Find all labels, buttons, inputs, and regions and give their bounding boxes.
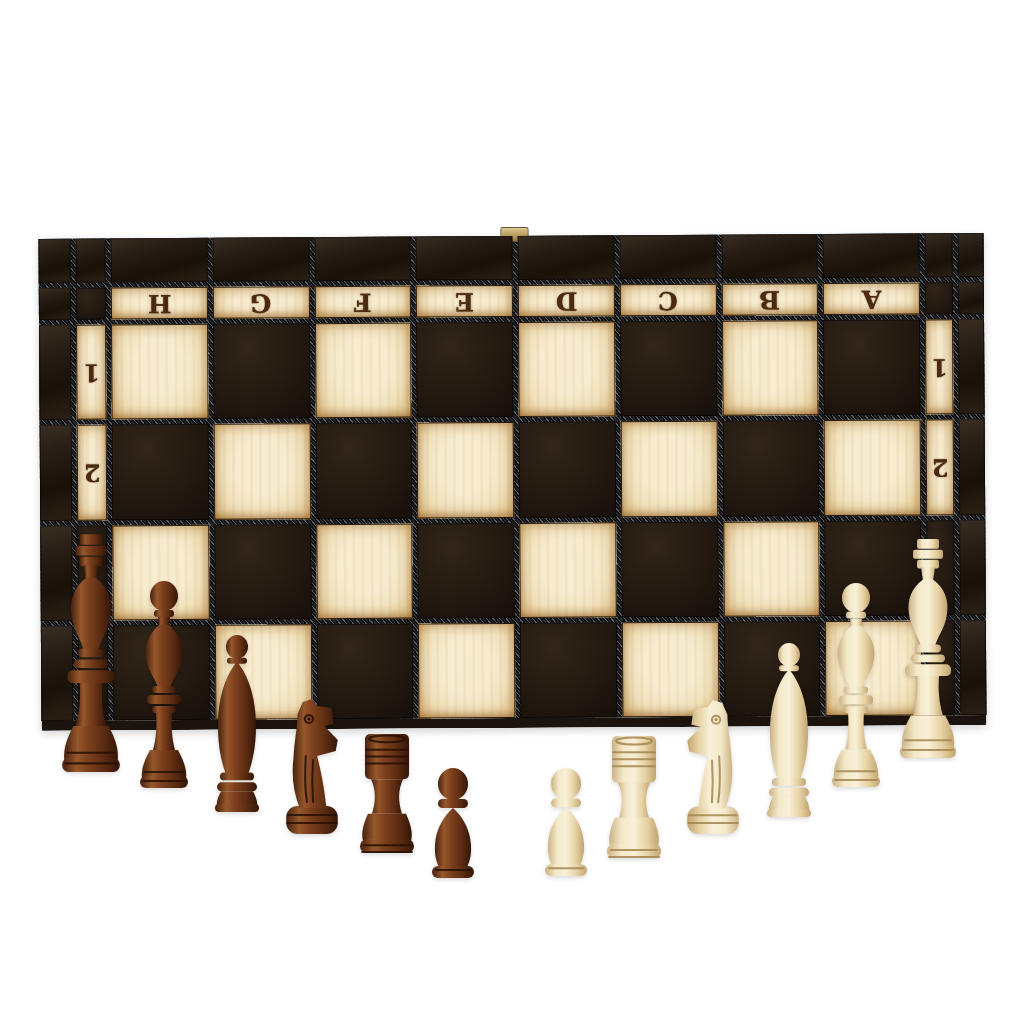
board-square <box>825 620 922 716</box>
border-cell <box>958 319 985 414</box>
file-label-cell: C <box>620 284 717 317</box>
board-square <box>518 321 615 417</box>
border-cell <box>924 233 952 277</box>
strip-cell <box>927 620 956 715</box>
file-label-cell: A <box>823 283 920 316</box>
border-cell <box>40 525 73 620</box>
board-square <box>723 621 820 717</box>
board-square <box>418 623 515 719</box>
border-cell <box>39 325 72 420</box>
border-cell <box>41 625 74 720</box>
file-label-cell: H <box>111 287 208 320</box>
piece-light-rook <box>602 732 666 863</box>
file-label-cell: F <box>314 286 411 319</box>
rank-label-cell: 2 <box>77 425 108 520</box>
board-square <box>416 322 513 418</box>
board-square <box>215 624 312 720</box>
board-square <box>824 520 921 616</box>
rank-label-cell: 2 <box>926 420 955 515</box>
border-cell <box>721 234 818 279</box>
board-square <box>519 422 616 518</box>
board-grid: HGFEDCBA1122 <box>39 233 987 721</box>
board-square <box>214 524 311 620</box>
border-cell <box>111 238 208 283</box>
strip-cell <box>77 525 108 620</box>
border-cell <box>517 235 614 280</box>
board-square <box>520 622 617 718</box>
file-label-cell: E <box>416 285 513 318</box>
border-cell <box>958 282 984 314</box>
chess-board-box: HGFEDCBA1122 <box>39 233 987 731</box>
piece-light-pawn <box>538 766 594 876</box>
board-square <box>620 421 717 517</box>
board-square <box>113 625 210 721</box>
board-square <box>620 321 717 417</box>
board-square <box>315 423 412 519</box>
piece-dark-pawn <box>425 766 481 878</box>
board-square <box>316 523 413 619</box>
border-cell <box>314 237 411 282</box>
strip-cell <box>925 282 953 314</box>
strip-cell <box>926 520 955 615</box>
board-square <box>417 522 514 618</box>
board-square <box>213 323 310 419</box>
border-cell <box>823 234 920 279</box>
board-square <box>621 521 718 617</box>
file-label-cell: D <box>518 284 615 317</box>
board-square <box>111 324 208 420</box>
border-cell <box>39 288 71 320</box>
board-square <box>722 420 819 516</box>
file-label-cell: G <box>213 286 310 319</box>
border-cell <box>212 237 309 282</box>
board-square <box>112 424 209 520</box>
file-label-cell: B <box>721 283 818 316</box>
board-square <box>315 323 412 419</box>
board-square <box>519 522 616 618</box>
board-square <box>824 420 921 516</box>
board-square <box>112 524 209 620</box>
border-cell <box>959 419 986 514</box>
border-cell <box>76 238 106 282</box>
border-cell <box>416 236 513 281</box>
board-square <box>723 521 820 617</box>
board-square <box>316 623 413 719</box>
piece-dark-rook <box>355 730 419 858</box>
board-square <box>622 621 719 717</box>
rank-label-cell: 1 <box>76 324 107 419</box>
border-cell <box>619 235 716 280</box>
board-square <box>417 422 514 518</box>
board-square <box>722 320 819 416</box>
border-cell <box>39 239 71 283</box>
strip-cell <box>78 625 109 720</box>
product-photo: { "game": "chess", "product": { "descrip… <box>0 0 1024 1024</box>
border-cell <box>40 425 73 520</box>
border-cell <box>960 620 987 715</box>
strip-cell <box>76 287 106 319</box>
rank-label-cell: 1 <box>925 319 954 414</box>
board-square <box>823 320 920 416</box>
border-cell <box>959 520 986 615</box>
board-square <box>213 423 310 519</box>
border-cell <box>957 233 983 277</box>
